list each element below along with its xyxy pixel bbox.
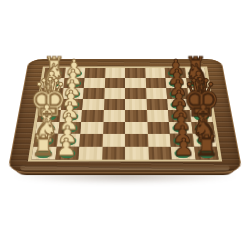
square-g6 [147, 134, 170, 147]
board-frame: ♜♟♟♜♞♟♟♞♝♟♟♝♛♟♟♛♚♟♟♚♝♟♟♝♞♟♟♞♜♟♟♜ [7, 59, 243, 172]
scene-3d: ♜♟♟♜♞♟♟♞♝♟♟♝♛♟♟♛♚♟♟♚♝♟♟♝♞♟♟♞♜♟♟♜ [0, 0, 250, 250]
board-grid: ♜♟♟♜♞♟♟♞♝♟♟♝♛♟♟♛♚♟♟♚♝♟♟♝♞♟♟♞♜♟♟♜ [28, 66, 222, 161]
piece-black-pawn: ♟ [173, 137, 194, 160]
square-e4 [103, 110, 125, 122]
square-f5 [125, 122, 147, 134]
square-b3 [84, 78, 105, 88]
square-a6 [145, 68, 166, 78]
chess-board: ♜♟♟♜♞♟♟♞♝♟♟♝♛♟♟♛♚♟♟♚♝♟♟♝♞♟♟♞♜♟♟♜ [7, 59, 243, 172]
square-a5 [125, 68, 145, 78]
square-e3 [81, 110, 103, 122]
square-h6 [148, 146, 172, 159]
square-h8: ♜ [194, 146, 219, 159]
square-b6 [145, 78, 166, 88]
piece-white-rook: ♜ [30, 133, 55, 160]
square-e5 [125, 110, 147, 122]
square-d3 [82, 99, 104, 110]
square-c6 [146, 88, 167, 99]
square-d6 [146, 99, 168, 110]
square-h7: ♟ [171, 146, 195, 159]
square-h1: ♜ [31, 146, 56, 159]
square-b4 [104, 78, 125, 88]
square-h4 [102, 146, 125, 159]
square-d5 [125, 99, 147, 110]
square-g4 [102, 134, 125, 147]
square-e6 [147, 110, 169, 122]
piece-white-pawn: ♟ [56, 137, 77, 160]
square-c5 [125, 88, 146, 99]
square-h2: ♟ [55, 146, 79, 159]
chess-set-photo: ♜♟♟♜♞♟♟♞♝♟♟♝♛♟♟♛♚♟♟♚♝♟♟♝♞♟♟♞♜♟♟♜ [0, 0, 250, 250]
square-c3 [83, 88, 104, 99]
square-d4 [104, 99, 126, 110]
piece-black-rook: ♜ [194, 133, 219, 160]
square-f6 [147, 122, 170, 134]
square-h5 [125, 146, 148, 159]
square-c4 [104, 88, 125, 99]
square-a3 [84, 68, 105, 78]
square-b5 [125, 78, 146, 88]
square-f4 [103, 122, 125, 134]
square-f3 [80, 122, 103, 134]
square-g3 [79, 134, 102, 147]
square-a4 [105, 68, 125, 78]
square-h3 [78, 146, 102, 159]
square-g5 [125, 134, 148, 147]
